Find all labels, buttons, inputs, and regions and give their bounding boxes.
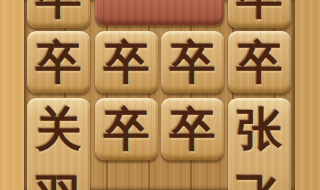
tile-glyph: 关: [36, 106, 82, 152]
tile-cell: 关: [27, 98, 90, 160]
tile-glyph: 卒: [237, 0, 283, 20]
tile-cell: 飞: [228, 165, 291, 190]
tile-cell: 张: [228, 98, 291, 160]
klotski-game-screen: 卒 卒 卒 卒 卒 卒 关 羽 卒 卒 张 飞: [0, 0, 320, 190]
tile-red-block[interactable]: [95, 0, 224, 25]
tile-glyph: 卒: [104, 39, 150, 85]
tile-soldier-r1c1[interactable]: 卒: [95, 31, 158, 93]
tile-soldier-r0c3[interactable]: 卒: [228, 0, 291, 28]
tile-cell: 羽: [27, 165, 90, 190]
tile-glyph: 卒: [36, 0, 82, 20]
tile-soldier-r2c2[interactable]: 卒: [161, 98, 224, 160]
tile-soldier-r1c2[interactable]: 卒: [161, 31, 224, 93]
tile-guanyu[interactable]: 关 羽: [27, 98, 90, 190]
tile-soldier-r2c1[interactable]: 卒: [95, 98, 158, 160]
tile-soldier-r1c0[interactable]: 卒: [27, 31, 90, 93]
tile-glyph: 张: [237, 106, 283, 152]
tile-soldier-r0c0[interactable]: 卒: [27, 0, 90, 28]
tile-soldier-r1c3[interactable]: 卒: [228, 31, 291, 93]
tile-glyph: 卒: [237, 39, 283, 85]
tile-glyph: 羽: [36, 173, 82, 190]
tile-glyph: 卒: [170, 106, 216, 152]
tile-glyph: 飞: [237, 173, 283, 190]
tile-glyph: 卒: [170, 39, 216, 85]
tile-zhangfei[interactable]: 张 飞: [228, 98, 291, 190]
tile-glyph: 卒: [104, 106, 150, 152]
tile-glyph: 卒: [36, 39, 82, 85]
